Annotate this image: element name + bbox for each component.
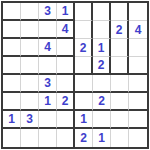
cell-r6c2-empty[interactable]	[21, 93, 39, 111]
cell-r8c8-empty[interactable]	[129, 129, 147, 147]
cell-r1c2-empty[interactable]	[21, 3, 39, 21]
cell-r6c6-given: 2	[93, 93, 111, 111]
cell-r7c8-empty[interactable]	[129, 111, 147, 129]
cell-r1c4-given: 1	[57, 3, 75, 21]
cell-r7c2-given: 3	[21, 111, 39, 129]
cell-r4c4-empty[interactable]	[57, 57, 75, 75]
cell-r1c3-given: 3	[39, 3, 57, 21]
cell-r4c6-given: 2	[93, 57, 111, 75]
cell-r6c5-empty[interactable]	[75, 93, 93, 111]
cell-r6c8-empty[interactable]	[129, 93, 147, 111]
cell-r8c2-empty[interactable]	[21, 129, 39, 147]
cell-r6c1-empty[interactable]	[3, 93, 21, 111]
cell-r8c7-empty[interactable]	[111, 129, 129, 147]
cell-r5c3-given: 3	[39, 75, 57, 93]
cell-r1c1-empty[interactable]	[3, 3, 21, 21]
cell-r7c6-empty[interactable]	[93, 111, 111, 129]
puzzle-board: 314244212312213121	[1, 1, 149, 149]
cell-r3c4-empty[interactable]	[57, 39, 75, 57]
cell-r3c3-given: 4	[39, 39, 57, 57]
cell-r3c2-empty[interactable]	[21, 39, 39, 57]
cell-r5c4-empty[interactable]	[57, 75, 75, 93]
cell-r3c7-empty[interactable]	[111, 39, 129, 57]
puzzle-page: 314244212312213121	[0, 0, 150, 150]
cell-r8c1-empty[interactable]	[3, 129, 21, 147]
cell-r3c8-empty[interactable]	[129, 39, 147, 57]
cell-r4c7-empty[interactable]	[111, 57, 129, 75]
cell-r4c1-empty[interactable]	[3, 57, 21, 75]
cell-r7c5-given: 1	[75, 111, 93, 129]
cell-r5c5-empty[interactable]	[75, 75, 93, 93]
cell-r4c8-empty[interactable]	[129, 57, 147, 75]
cell-r1c5-empty[interactable]	[75, 3, 93, 21]
cell-r8c3-empty[interactable]	[39, 129, 57, 147]
cell-r2c2-empty[interactable]	[21, 21, 39, 39]
cell-r4c5-empty[interactable]	[75, 57, 93, 75]
cell-r5c1-empty[interactable]	[3, 75, 21, 93]
cell-r7c4-empty[interactable]	[57, 111, 75, 129]
cell-r1c7-empty[interactable]	[111, 3, 129, 21]
cell-r2c5-empty[interactable]	[75, 21, 93, 39]
cell-r6c4-given: 2	[57, 93, 75, 111]
cell-r2c1-empty[interactable]	[3, 21, 21, 39]
cell-r2c8-given: 4	[129, 21, 147, 39]
cell-r6c7-empty[interactable]	[111, 93, 129, 111]
cell-r8c4-empty[interactable]	[57, 129, 75, 147]
cell-r3c5-given: 2	[75, 39, 93, 57]
cell-r7c7-empty[interactable]	[111, 111, 129, 129]
cell-r6c3-given: 1	[39, 93, 57, 111]
cell-r5c8-empty[interactable]	[129, 75, 147, 93]
cell-r2c6-empty[interactable]	[93, 21, 111, 39]
cell-r5c7-empty[interactable]	[111, 75, 129, 93]
cell-r7c3-empty[interactable]	[39, 111, 57, 129]
cell-r5c2-empty[interactable]	[21, 75, 39, 93]
cell-r3c6-given: 1	[93, 39, 111, 57]
cell-r5c6-empty[interactable]	[93, 75, 111, 93]
cell-r2c3-empty[interactable]	[39, 21, 57, 39]
cell-r1c6-empty[interactable]	[93, 3, 111, 21]
cell-r8c5-given: 2	[75, 129, 93, 147]
cell-r8c6-given: 1	[93, 129, 111, 147]
cell-r2c4-given: 4	[57, 21, 75, 39]
cell-r4c3-empty[interactable]	[39, 57, 57, 75]
cell-r7c1-given: 1	[3, 111, 21, 129]
cell-r1c8-empty[interactable]	[129, 3, 147, 21]
cell-r4c2-empty[interactable]	[21, 57, 39, 75]
cell-r3c1-empty[interactable]	[3, 39, 21, 57]
cell-r2c7-given: 2	[111, 21, 129, 39]
